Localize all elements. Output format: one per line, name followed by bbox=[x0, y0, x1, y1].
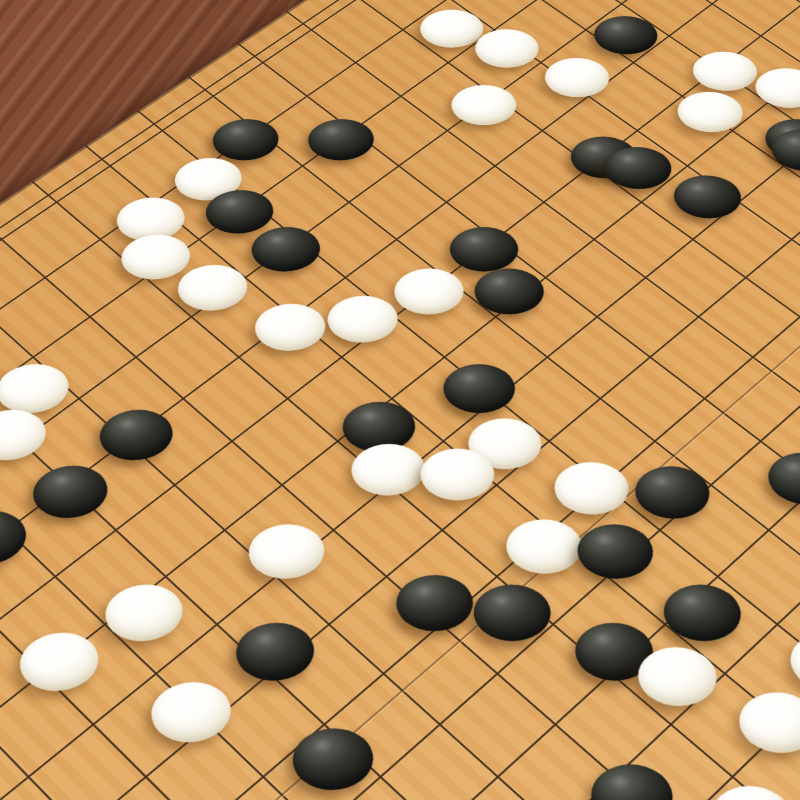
black-stone[interactable] bbox=[0, 511, 29, 565]
white-stone[interactable] bbox=[0, 410, 49, 460]
black-stone[interactable] bbox=[211, 119, 280, 160]
black-stone[interactable] bbox=[590, 765, 674, 800]
white-stone[interactable] bbox=[254, 304, 327, 351]
stones-layer bbox=[568, 0, 800, 501]
black-stone[interactable] bbox=[96, 410, 174, 460]
go-board bbox=[0, 0, 800, 800]
black-stone[interactable] bbox=[250, 227, 321, 271]
white-stone[interactable] bbox=[507, 520, 583, 574]
black-stone[interactable] bbox=[673, 176, 743, 219]
black-stone[interactable] bbox=[204, 190, 275, 233]
white-stone[interactable] bbox=[393, 269, 463, 315]
white-stone[interactable] bbox=[0, 364, 71, 413]
white-stone[interactable] bbox=[692, 52, 759, 91]
photo-scene bbox=[0, 0, 800, 800]
white-stone[interactable] bbox=[788, 633, 800, 691]
white-stone[interactable] bbox=[16, 633, 101, 691]
white-stone[interactable] bbox=[420, 449, 494, 501]
black-stone[interactable] bbox=[395, 575, 472, 631]
black-stone[interactable] bbox=[474, 585, 551, 641]
white-stone[interactable] bbox=[176, 265, 249, 311]
black-stone[interactable] bbox=[291, 728, 374, 790]
white-stone[interactable] bbox=[451, 85, 516, 125]
black-stone[interactable] bbox=[662, 585, 743, 641]
black-stone[interactable] bbox=[307, 119, 375, 160]
white-stone[interactable] bbox=[350, 444, 425, 495]
white-stone[interactable] bbox=[737, 692, 800, 752]
black-stone[interactable] bbox=[577, 524, 655, 578]
white-stone[interactable] bbox=[754, 68, 800, 108]
white-stone[interactable] bbox=[709, 786, 796, 800]
black-stone[interactable] bbox=[234, 623, 315, 681]
white-stone[interactable] bbox=[637, 647, 719, 706]
black-stone[interactable] bbox=[634, 466, 711, 518]
black-stone[interactable] bbox=[594, 16, 659, 54]
black-stone[interactable] bbox=[30, 466, 111, 518]
white-stone[interactable] bbox=[475, 29, 539, 67]
black-stone[interactable] bbox=[766, 453, 800, 505]
white-stone[interactable] bbox=[102, 585, 185, 641]
white-stone[interactable] bbox=[676, 92, 744, 132]
black-stone[interactable] bbox=[475, 269, 545, 315]
white-stone[interactable] bbox=[554, 462, 630, 514]
white-stone[interactable] bbox=[247, 524, 326, 578]
white-stone[interactable] bbox=[420, 10, 483, 48]
black-stone[interactable] bbox=[450, 227, 519, 271]
white-stone[interactable] bbox=[148, 682, 232, 742]
white-stone[interactable] bbox=[326, 296, 398, 343]
white-stone[interactable] bbox=[545, 58, 610, 97]
black-stone[interactable] bbox=[604, 147, 673, 189]
white-stone[interactable] bbox=[119, 235, 192, 280]
black-stone[interactable] bbox=[443, 364, 515, 413]
